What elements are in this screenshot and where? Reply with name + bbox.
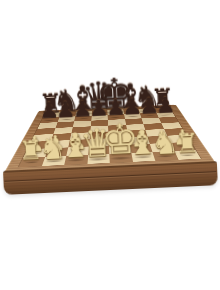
photo-tilt-wrapper: ♜♞♝♛♚♝♞♜♟♟♟♟♟♟♟♟♟♟♟♟♟♟♟♟♜♞♝♛♚♝♞♜ (0, 0, 220, 290)
black-pawn-glyph: ♟ (144, 93, 188, 117)
board-scene: ♜♞♝♛♚♝♞♜♟♟♟♟♟♟♟♟♟♟♟♟♟♟♟♟♜♞♝♛♚♝♞♜ (0, 0, 216, 173)
product-photo: ♜♞♝♛♚♝♞♜♟♟♟♟♟♟♟♟♟♟♟♟♟♟♟♟♜♞♝♛♚♝♞♜ (0, 0, 220, 290)
box-fold-seam (4, 171, 216, 182)
white-king-glyph: ♚ (90, 118, 149, 162)
